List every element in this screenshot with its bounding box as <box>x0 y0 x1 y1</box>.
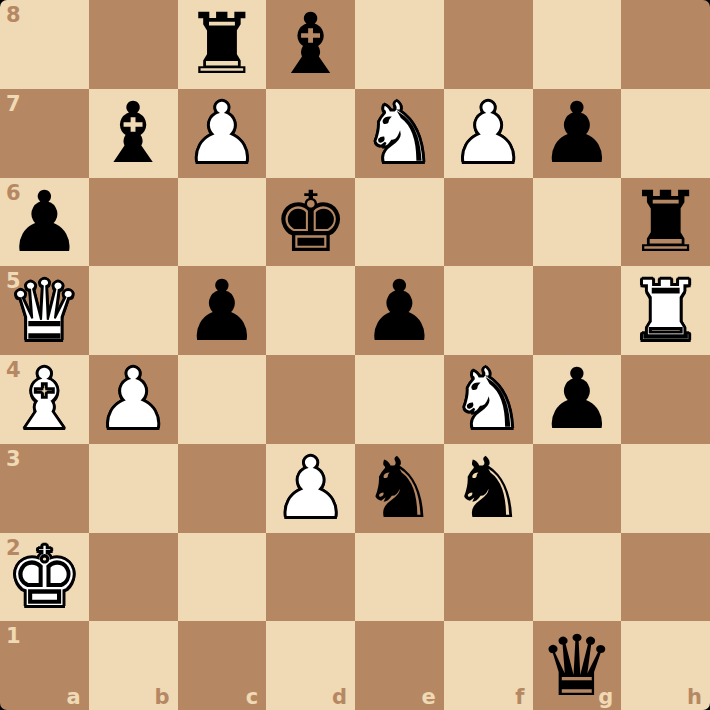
square-f7[interactable]: ♟︎ <box>444 89 533 178</box>
square-f8[interactable] <box>444 0 533 89</box>
square-d4[interactable] <box>266 355 355 444</box>
square-b6[interactable] <box>89 178 178 267</box>
square-a8[interactable]: 8 <box>0 0 89 89</box>
square-h1[interactable]: h <box>621 621 710 710</box>
black-king-piece[interactable]: ♚︎ <box>273 180 348 264</box>
square-e8[interactable] <box>355 0 444 89</box>
square-h6[interactable]: ♜︎ <box>621 178 710 267</box>
square-g8[interactable] <box>533 0 622 89</box>
square-c8[interactable]: ♜︎ <box>178 0 267 89</box>
square-f5[interactable] <box>444 266 533 355</box>
square-f6[interactable] <box>444 178 533 267</box>
file-label-f: f <box>515 685 524 709</box>
file-label-a: a <box>67 685 81 709</box>
square-g2[interactable] <box>533 533 622 622</box>
square-d3[interactable]: ♟︎ <box>266 444 355 533</box>
square-b2[interactable] <box>89 533 178 622</box>
square-g7[interactable]: ♟︎ <box>533 89 622 178</box>
square-h5[interactable]: ♜︎ <box>621 266 710 355</box>
square-b7[interactable]: ♝︎ <box>89 89 178 178</box>
square-g3[interactable] <box>533 444 622 533</box>
square-c7[interactable]: ♟︎ <box>178 89 267 178</box>
chess-board: 8♜︎♝︎7♝︎♟︎♞︎♟︎♟︎6♟︎♚︎♜︎5♛︎♟︎♟︎♜︎4♝︎♟︎♞︎♟… <box>0 0 710 710</box>
square-b1[interactable]: b <box>89 621 178 710</box>
file-label-d: d <box>332 685 347 709</box>
square-e2[interactable] <box>355 533 444 622</box>
file-label-e: e <box>422 685 436 709</box>
white-pawn-piece[interactable]: ♟︎ <box>95 357 170 441</box>
square-d1[interactable]: d <box>266 621 355 710</box>
black-pawn-piece[interactable]: ♟︎ <box>539 357 614 441</box>
square-g1[interactable]: g♛︎ <box>533 621 622 710</box>
black-pawn-piece[interactable]: ♟︎ <box>7 180 82 264</box>
square-d6[interactable]: ♚︎ <box>266 178 355 267</box>
white-knight-piece[interactable]: ♞︎ <box>362 91 437 175</box>
square-h8[interactable] <box>621 0 710 89</box>
file-label-h: h <box>687 685 702 709</box>
black-knight-piece[interactable]: ♞︎ <box>362 446 437 530</box>
white-bishop-piece[interactable]: ♝︎ <box>7 357 82 441</box>
square-f1[interactable]: f <box>444 621 533 710</box>
square-a2[interactable]: 2♚︎ <box>0 533 89 622</box>
square-b3[interactable] <box>89 444 178 533</box>
square-c5[interactable]: ♟︎ <box>178 266 267 355</box>
black-bishop-piece[interactable]: ♝︎ <box>95 91 170 175</box>
square-a5[interactable]: 5♛︎ <box>0 266 89 355</box>
black-pawn-piece[interactable]: ♟︎ <box>362 269 437 353</box>
square-a4[interactable]: 4♝︎ <box>0 355 89 444</box>
square-d7[interactable] <box>266 89 355 178</box>
black-knight-piece[interactable]: ♞︎ <box>450 446 525 530</box>
square-e7[interactable]: ♞︎ <box>355 89 444 178</box>
square-e1[interactable]: e <box>355 621 444 710</box>
file-label-b: b <box>154 685 169 709</box>
square-f4[interactable]: ♞︎ <box>444 355 533 444</box>
white-pawn-piece[interactable]: ♟︎ <box>184 91 259 175</box>
white-pawn-piece[interactable]: ♟︎ <box>450 91 525 175</box>
square-e6[interactable] <box>355 178 444 267</box>
square-b8[interactable] <box>89 0 178 89</box>
square-c3[interactable] <box>178 444 267 533</box>
square-d5[interactable] <box>266 266 355 355</box>
square-e4[interactable] <box>355 355 444 444</box>
square-a6[interactable]: 6♟︎ <box>0 178 89 267</box>
square-f3[interactable]: ♞︎ <box>444 444 533 533</box>
square-g4[interactable]: ♟︎ <box>533 355 622 444</box>
black-bishop-piece[interactable]: ♝︎ <box>273 2 348 86</box>
black-pawn-piece[interactable]: ♟︎ <box>184 269 259 353</box>
square-c1[interactable]: c <box>178 621 267 710</box>
square-h4[interactable] <box>621 355 710 444</box>
white-pawn-piece[interactable]: ♟︎ <box>273 446 348 530</box>
black-rook-piece[interactable]: ♜︎ <box>184 2 259 86</box>
white-king-piece[interactable]: ♚︎ <box>7 535 82 619</box>
square-e3[interactable]: ♞︎ <box>355 444 444 533</box>
black-rook-piece[interactable]: ♜︎ <box>628 180 703 264</box>
square-b5[interactable] <box>89 266 178 355</box>
square-a1[interactable]: 1a <box>0 621 89 710</box>
square-a7[interactable]: 7 <box>0 89 89 178</box>
black-pawn-piece[interactable]: ♟︎ <box>539 91 614 175</box>
rank-label-3: 3 <box>6 447 21 471</box>
rank-label-1: 1 <box>6 624 21 648</box>
rank-label-7: 7 <box>6 92 21 116</box>
file-label-c: c <box>246 685 258 709</box>
square-h2[interactable] <box>621 533 710 622</box>
square-h7[interactable] <box>621 89 710 178</box>
square-c2[interactable] <box>178 533 267 622</box>
square-e5[interactable]: ♟︎ <box>355 266 444 355</box>
black-queen-piece[interactable]: ♛︎ <box>539 624 614 708</box>
white-rook-piece[interactable]: ♜︎ <box>628 269 703 353</box>
square-d8[interactable]: ♝︎ <box>266 0 355 89</box>
square-g5[interactable] <box>533 266 622 355</box>
square-b4[interactable]: ♟︎ <box>89 355 178 444</box>
square-c6[interactable] <box>178 178 267 267</box>
square-d2[interactable] <box>266 533 355 622</box>
square-c4[interactable] <box>178 355 267 444</box>
white-queen-piece[interactable]: ♛︎ <box>7 269 82 353</box>
square-g6[interactable] <box>533 178 622 267</box>
square-f2[interactable] <box>444 533 533 622</box>
square-a3[interactable]: 3 <box>0 444 89 533</box>
white-knight-piece[interactable]: ♞︎ <box>450 357 525 441</box>
square-h3[interactable] <box>621 444 710 533</box>
rank-label-8: 8 <box>6 3 21 27</box>
